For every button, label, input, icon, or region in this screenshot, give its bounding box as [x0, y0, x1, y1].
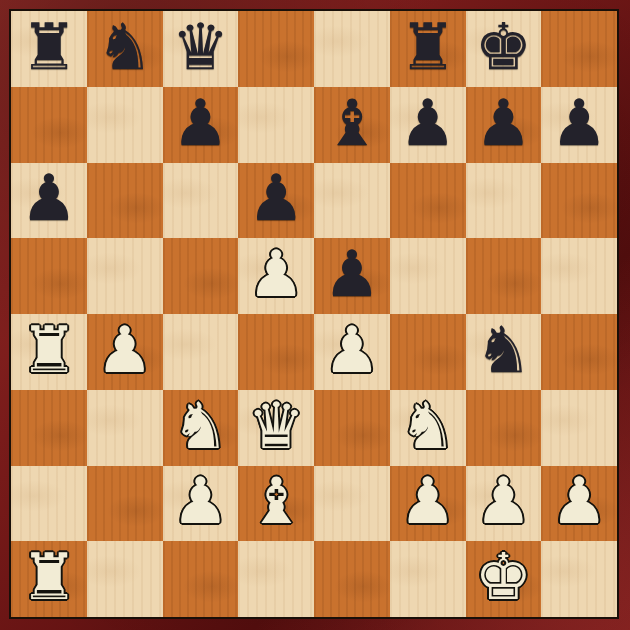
square-g2[interactable]: ♟ — [466, 466, 542, 542]
square-d4[interactable] — [238, 314, 314, 390]
black-pawn[interactable]: ♟ — [399, 91, 456, 155]
square-g7[interactable]: ♟ — [466, 87, 542, 163]
square-d8[interactable] — [238, 11, 314, 87]
square-f3[interactable]: ♞ — [390, 390, 466, 466]
square-g1[interactable]: ♚ — [466, 541, 542, 617]
square-h6[interactable] — [541, 163, 617, 239]
square-d7[interactable] — [238, 87, 314, 163]
square-d5[interactable]: ♟ — [238, 238, 314, 314]
square-e8[interactable] — [314, 11, 390, 87]
square-f4[interactable] — [390, 314, 466, 390]
square-a3[interactable] — [11, 390, 87, 466]
square-e6[interactable] — [314, 163, 390, 239]
square-h8[interactable] — [541, 11, 617, 87]
white-pawn[interactable]: ♟ — [172, 469, 229, 533]
square-c8[interactable]: ♛ — [163, 11, 239, 87]
black-pawn[interactable]: ♟ — [550, 91, 607, 155]
square-e2[interactable] — [314, 466, 390, 542]
square-e5[interactable]: ♟ — [314, 238, 390, 314]
white-knight[interactable]: ♞ — [399, 394, 456, 458]
square-b5[interactable] — [87, 238, 163, 314]
square-f7[interactable]: ♟ — [390, 87, 466, 163]
square-c4[interactable] — [163, 314, 239, 390]
square-b6[interactable] — [87, 163, 163, 239]
square-g4[interactable]: ♞ — [466, 314, 542, 390]
black-rook[interactable]: ♜ — [399, 15, 456, 79]
square-h4[interactable] — [541, 314, 617, 390]
black-rook[interactable]: ♜ — [20, 15, 77, 79]
square-f8[interactable]: ♜ — [390, 11, 466, 87]
white-knight[interactable]: ♞ — [172, 394, 229, 458]
square-g5[interactable] — [466, 238, 542, 314]
square-h7[interactable]: ♟ — [541, 87, 617, 163]
square-d3[interactable]: ♛ — [238, 390, 314, 466]
white-pawn[interactable]: ♟ — [323, 318, 380, 382]
square-b4[interactable]: ♟ — [87, 314, 163, 390]
white-rook[interactable]: ♜ — [20, 318, 77, 382]
square-d6[interactable]: ♟ — [238, 163, 314, 239]
black-king[interactable]: ♚ — [475, 15, 532, 79]
black-pawn[interactable]: ♟ — [20, 166, 77, 230]
square-h5[interactable] — [541, 238, 617, 314]
square-c2[interactable]: ♟ — [163, 466, 239, 542]
chess-board: ♜♞♛♜♚♟♝♟♟♟♟♟♟♟♜♟♟♞♞♛♞♟♝♟♟♟♜♚ — [9, 9, 619, 619]
white-pawn[interactable]: ♟ — [550, 469, 607, 533]
square-d1[interactable] — [238, 541, 314, 617]
square-h3[interactable] — [541, 390, 617, 466]
square-b3[interactable] — [87, 390, 163, 466]
white-pawn[interactable]: ♟ — [399, 469, 456, 533]
square-h2[interactable]: ♟ — [541, 466, 617, 542]
white-queen[interactable]: ♛ — [247, 394, 304, 458]
black-pawn[interactable]: ♟ — [475, 91, 532, 155]
white-rook[interactable]: ♜ — [20, 545, 77, 609]
square-b2[interactable] — [87, 466, 163, 542]
white-pawn[interactable]: ♟ — [247, 242, 304, 306]
square-a1[interactable]: ♜ — [11, 541, 87, 617]
square-f5[interactable] — [390, 238, 466, 314]
square-a4[interactable]: ♜ — [11, 314, 87, 390]
square-c3[interactable]: ♞ — [163, 390, 239, 466]
square-a2[interactable] — [11, 466, 87, 542]
square-c5[interactable] — [163, 238, 239, 314]
square-e1[interactable] — [314, 541, 390, 617]
square-b8[interactable]: ♞ — [87, 11, 163, 87]
square-b1[interactable] — [87, 541, 163, 617]
square-a5[interactable] — [11, 238, 87, 314]
white-king[interactable]: ♚ — [475, 545, 532, 609]
black-queen[interactable]: ♛ — [172, 15, 229, 79]
white-pawn[interactable]: ♟ — [96, 318, 153, 382]
square-a6[interactable]: ♟ — [11, 163, 87, 239]
square-g3[interactable] — [466, 390, 542, 466]
square-g6[interactable] — [466, 163, 542, 239]
square-f6[interactable] — [390, 163, 466, 239]
square-g8[interactable]: ♚ — [466, 11, 542, 87]
square-a7[interactable] — [11, 87, 87, 163]
square-h1[interactable] — [541, 541, 617, 617]
black-pawn[interactable]: ♟ — [247, 166, 304, 230]
black-bishop[interactable]: ♝ — [323, 91, 380, 155]
black-pawn[interactable]: ♟ — [172, 91, 229, 155]
square-f2[interactable]: ♟ — [390, 466, 466, 542]
square-e3[interactable] — [314, 390, 390, 466]
square-f1[interactable] — [390, 541, 466, 617]
board-frame: ♜♞♛♜♚♟♝♟♟♟♟♟♟♟♜♟♟♞♞♛♞♟♝♟♟♟♜♚ — [0, 0, 630, 630]
square-c6[interactable] — [163, 163, 239, 239]
square-b7[interactable] — [87, 87, 163, 163]
square-e7[interactable]: ♝ — [314, 87, 390, 163]
white-pawn[interactable]: ♟ — [475, 469, 532, 533]
square-d2[interactable]: ♝ — [238, 466, 314, 542]
square-a8[interactable]: ♜ — [11, 11, 87, 87]
square-e4[interactable]: ♟ — [314, 314, 390, 390]
black-pawn[interactable]: ♟ — [323, 242, 380, 306]
black-knight[interactable]: ♞ — [475, 318, 532, 382]
black-knight[interactable]: ♞ — [96, 15, 153, 79]
square-c7[interactable]: ♟ — [163, 87, 239, 163]
white-bishop[interactable]: ♝ — [247, 469, 304, 533]
square-c1[interactable] — [163, 541, 239, 617]
